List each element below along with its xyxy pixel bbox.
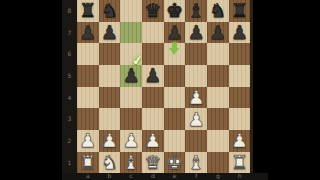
hint-arrow-down-icon [169, 42, 180, 55]
square-e3[interactable] [164, 108, 186, 130]
square-c3[interactable] [120, 108, 142, 130]
square-h7[interactable]: ♟ [229, 22, 251, 44]
square-d2[interactable]: ♟ [142, 130, 164, 152]
black-pawn[interactable]: ♟ [123, 66, 140, 85]
square-a5[interactable] [77, 65, 99, 87]
rank-label-6: 6 [62, 43, 77, 65]
square-h3[interactable] [229, 108, 251, 130]
square-g4[interactable] [207, 87, 229, 109]
square-e5[interactable] [164, 65, 186, 87]
good-move-checkmark-icon: ✔ [131, 52, 144, 68]
square-g6[interactable] [207, 43, 229, 65]
square-b4[interactable] [99, 87, 121, 109]
square-a2[interactable]: ♟ [77, 130, 99, 152]
white-pawn[interactable]: ♟ [101, 131, 118, 150]
rank-label-8: 8 [62, 0, 77, 22]
square-c7[interactable] [120, 22, 142, 44]
square-f2[interactable] [185, 130, 207, 152]
black-pawn[interactable]: ♟ [209, 23, 226, 42]
square-h6[interactable] [229, 43, 251, 65]
file-label-a: a [77, 173, 99, 180]
square-a1[interactable]: ♜ [77, 152, 99, 174]
square-a4[interactable] [77, 87, 99, 109]
black-pawn[interactable]: ♟ [101, 23, 118, 42]
square-e2[interactable] [164, 130, 186, 152]
square-d6[interactable] [142, 43, 164, 65]
square-g2[interactable] [207, 130, 229, 152]
square-c8[interactable] [120, 0, 142, 22]
square-g8[interactable]: ♞ [207, 0, 229, 22]
white-pawn[interactable]: ♟ [231, 131, 248, 150]
square-e1[interactable]: ♚ [164, 152, 186, 174]
square-a6[interactable] [77, 43, 99, 65]
chess-board: ♜♞♛♚♝♞♜♟♟♟♟♟♟♟♟♟♟♟♟♟♟♟♜♞♝♛♚♝♜ [77, 0, 250, 173]
file-label-d: d [142, 173, 164, 180]
square-a3[interactable] [77, 108, 99, 130]
white-pawn[interactable]: ♟ [123, 131, 140, 150]
file-label-e: e [164, 173, 186, 180]
white-bishop[interactable]: ♝ [188, 153, 205, 172]
square-h1[interactable]: ♜ [229, 152, 251, 174]
black-pawn[interactable]: ♟ [231, 23, 248, 42]
white-pawn[interactable]: ♟ [188, 88, 205, 107]
square-h2[interactable]: ♟ [229, 130, 251, 152]
black-pawn[interactable]: ♟ [188, 23, 205, 42]
square-d5[interactable]: ♟ [142, 65, 164, 87]
file-label-g: g [207, 173, 229, 180]
rank-label-5: 5 [62, 65, 77, 87]
rank-label-2: 2 [62, 130, 77, 152]
square-g7[interactable]: ♟ [207, 22, 229, 44]
square-b6[interactable] [99, 43, 121, 65]
square-c2[interactable]: ♟ [120, 130, 142, 152]
black-rook[interactable]: ♜ [79, 1, 96, 20]
square-c4[interactable] [120, 87, 142, 109]
white-pawn[interactable]: ♟ [144, 131, 161, 150]
square-f4[interactable]: ♟ [185, 87, 207, 109]
square-g3[interactable] [207, 108, 229, 130]
board-right-edge [250, 0, 253, 173]
square-b1[interactable]: ♞ [99, 152, 121, 174]
file-coordinate-strip: abcdefgh [62, 173, 268, 180]
square-d1[interactable]: ♛ [142, 152, 164, 174]
square-b5[interactable] [99, 65, 121, 87]
white-bishop[interactable]: ♝ [123, 153, 140, 172]
rank-label-4: 4 [62, 87, 77, 109]
square-f5[interactable] [185, 65, 207, 87]
black-queen[interactable]: ♛ [144, 1, 161, 20]
video-frame: 87654321 ♜♞♛♚♝♞♜♟♟♟♟♟♟♟♟♟♟♟♟♟♟♟♜♞♝♛♚♝♜ ✔… [0, 0, 320, 180]
square-c1[interactable]: ♝ [120, 152, 142, 174]
square-f8[interactable]: ♝ [185, 0, 207, 22]
square-b7[interactable]: ♟ [99, 22, 121, 44]
rank-coordinate-gutter: 87654321 [62, 0, 77, 173]
square-f1[interactable]: ♝ [185, 152, 207, 174]
square-c5[interactable]: ♟ [120, 65, 142, 87]
square-e7[interactable]: ♟ [164, 22, 186, 44]
white-pawn[interactable]: ♟ [79, 131, 96, 150]
rank-label-3: 3 [62, 108, 77, 130]
black-knight[interactable]: ♞ [101, 1, 118, 20]
white-king[interactable]: ♚ [166, 153, 183, 172]
square-b3[interactable] [99, 108, 121, 130]
square-g1[interactable] [207, 152, 229, 174]
white-queen[interactable]: ♛ [144, 153, 161, 172]
file-label-h: h [229, 173, 251, 180]
black-bishop[interactable]: ♝ [188, 1, 205, 20]
square-h5[interactable] [229, 65, 251, 87]
chess-board-area: ♜♞♛♚♝♞♜♟♟♟♟♟♟♟♟♟♟♟♟♟♟♟♜♞♝♛♚♝♜ ✔ [77, 0, 250, 173]
black-king[interactable]: ♚ [166, 1, 183, 20]
square-e4[interactable] [164, 87, 186, 109]
black-pawn[interactable]: ♟ [166, 23, 183, 42]
file-label-b: b [99, 173, 121, 180]
square-a8[interactable]: ♜ [77, 0, 99, 22]
white-pawn[interactable]: ♟ [188, 109, 205, 128]
hint-arrow-head [169, 48, 179, 55]
square-b2[interactable]: ♟ [99, 130, 121, 152]
file-label-c: c [120, 173, 142, 180]
white-rook[interactable]: ♜ [79, 153, 96, 172]
black-pawn[interactable]: ♟ [144, 66, 161, 85]
square-e8[interactable]: ♚ [164, 0, 186, 22]
black-rook[interactable]: ♜ [231, 1, 248, 20]
square-g5[interactable] [207, 65, 229, 87]
black-knight[interactable]: ♞ [209, 1, 226, 20]
white-knight[interactable]: ♞ [101, 153, 118, 172]
square-h4[interactable] [229, 87, 251, 109]
white-rook[interactable]: ♜ [231, 153, 248, 172]
square-f7[interactable]: ♟ [185, 22, 207, 44]
square-f3[interactable]: ♟ [185, 108, 207, 130]
square-d4[interactable] [142, 87, 164, 109]
rank-label-7: 7 [62, 22, 77, 44]
square-b8[interactable]: ♞ [99, 0, 121, 22]
square-a7[interactable]: ♟ [77, 22, 99, 44]
square-f6[interactable] [185, 43, 207, 65]
black-pawn[interactable]: ♟ [79, 23, 96, 42]
square-d7[interactable] [142, 22, 164, 44]
file-label-f: f [185, 173, 207, 180]
square-d8[interactable]: ♛ [142, 0, 164, 22]
square-h8[interactable]: ♜ [229, 0, 251, 22]
rank-label-1: 1 [62, 152, 77, 174]
square-d3[interactable] [142, 108, 164, 130]
